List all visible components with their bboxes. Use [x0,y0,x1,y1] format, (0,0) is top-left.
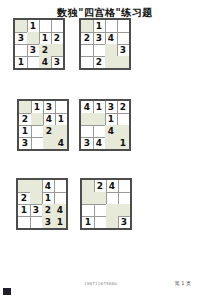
sudoku-cell-r4c4: 3 [51,56,63,68]
sudoku-grid-1: 131232143 [13,18,65,70]
sudoku-grid-6: 2413 [80,178,132,230]
footer-id-text: 19871167586b [84,281,117,286]
footer-corner-mark [3,288,11,295]
sudoku-grid-4: 413214341 [79,99,131,151]
sudoku-grid-2: 123432 [79,18,131,70]
sudoku-cell-r4c4 [117,56,129,68]
sudoku-cell-r4c4: 3 [118,216,130,228]
sudoku-grid-3: 132411234 [17,99,69,151]
sudoku-cell-r4c4: 4 [55,137,67,149]
sudoku-grid-5: 421132431 [16,178,68,230]
page-number: 第 1 页 [175,280,191,286]
sudoku-cell-r4c4: 1 [54,216,66,228]
sudoku-cell-r4c4: 1 [117,137,129,149]
worksheet-page: 数独"四宫格"练习题 131232143 123432 132411234 41… [0,0,210,297]
